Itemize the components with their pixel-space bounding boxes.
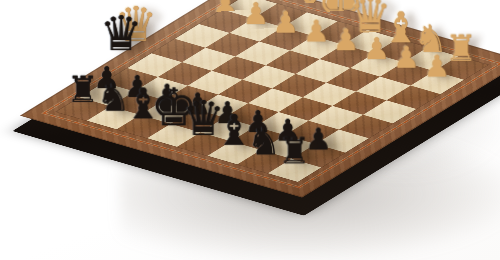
white-pawn: ♟: [392, 42, 422, 74]
white-pawn: ♟: [211, 0, 241, 21]
extra-white-queen: ♛: [112, 0, 160, 50]
square-d1: [344, 30, 398, 53]
camera-tilt: ♜♞♝♚♛♝♞♜♟♟♟♟♟♟♟♟♟♟♟♟♟♟♟♟♜♞♝♚♛♝♞♜♛♛: [0, 0, 500, 260]
white-pawn: ♟: [241, 0, 271, 30]
board-3d: ♜♞♝♚♛♝♞♜♟♟♟♟♟♟♟♟♟♟♟♟♟♟♟♟♜♞♝♚♛♝♞♜♛♛: [20, 0, 500, 198]
white-knight: ♞: [261, 0, 299, 15]
white-pawn: ♟: [332, 24, 362, 56]
white-knight: ♞: [412, 19, 450, 59]
black-pawn: ♟: [92, 62, 122, 94]
square-d3: [296, 59, 350, 82]
extra-black-queen: ♛: [97, 8, 145, 59]
white-pawn: ♟: [362, 33, 392, 65]
square-f3: [236, 42, 290, 65]
square-g2: [229, 18, 283, 41]
white-pawn: ♟: [302, 15, 332, 47]
square-e2: [290, 36, 344, 59]
square-f1: [283, 12, 337, 35]
square-c2: [350, 53, 404, 76]
square-f4: [212, 56, 266, 79]
white-pawn: ♟: [271, 7, 301, 39]
square-g1: [253, 4, 307, 27]
square-h3: [175, 24, 229, 47]
square-g4: [182, 47, 236, 70]
square-b1: [404, 47, 458, 70]
square-e3: [266, 50, 320, 73]
square-c1: [374, 39, 428, 62]
square-f2: [259, 27, 313, 50]
square-e4: [242, 65, 296, 88]
white-queen: ♛: [346, 0, 394, 42]
square-h6: [104, 68, 158, 91]
square-h1: [223, 0, 277, 18]
white-bishop: ♝: [380, 5, 422, 50]
square-h2: [199, 9, 253, 32]
square-g3: [205, 33, 259, 56]
square-e1: [313, 21, 367, 44]
square-h5: [128, 53, 182, 76]
square-f5: [188, 71, 242, 94]
white-bishop: ♝: [289, 0, 331, 24]
square-h4: [151, 39, 205, 62]
white-king: ♚: [314, 0, 366, 33]
white-rook: ♜: [232, 0, 268, 6]
square-d2: [320, 44, 374, 67]
white-rook: ♜: [443, 30, 479, 68]
chess-set-product-photo: ♜♞♝♚♛♝♞♜♟♟♟♟♟♟♟♟♟♟♟♟♟♟♟♟♜♞♝♚♛♝♞♜♛♛: [0, 0, 500, 260]
square-g5: [158, 62, 212, 85]
